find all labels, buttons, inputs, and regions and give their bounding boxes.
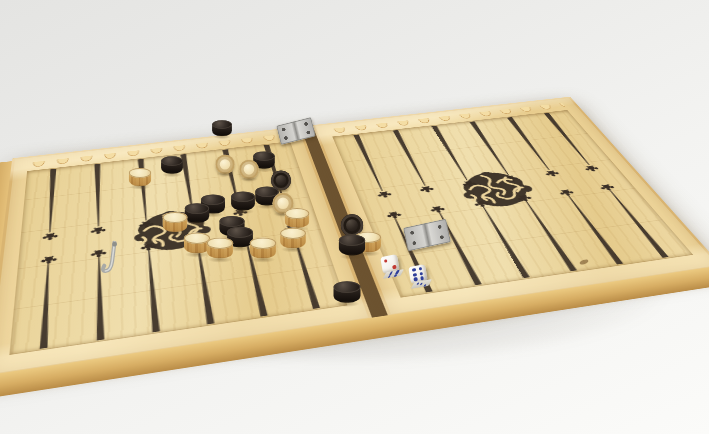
studio-backdrop xyxy=(0,0,709,434)
point-finial xyxy=(288,225,296,230)
backgammon-point xyxy=(255,144,299,210)
board-half-left xyxy=(0,126,373,377)
point-finial xyxy=(561,190,570,195)
point-finial xyxy=(602,184,611,188)
point-finial xyxy=(46,233,54,238)
point-finial xyxy=(422,186,431,191)
checker-top xyxy=(212,120,232,129)
point-finial xyxy=(95,227,102,232)
board-half-right xyxy=(312,97,709,317)
point-finial xyxy=(433,206,442,211)
point-finial xyxy=(44,256,52,262)
point-finial xyxy=(241,231,249,236)
point-spike xyxy=(232,235,279,318)
backgammon-point xyxy=(85,163,113,234)
point-finial xyxy=(145,243,153,248)
point-spike xyxy=(85,163,112,228)
point-finial xyxy=(379,192,387,197)
point-spike xyxy=(184,241,226,326)
backgammon-point xyxy=(27,255,63,351)
backgammon-point xyxy=(36,168,66,240)
point-finial xyxy=(193,237,201,242)
backgammon-point xyxy=(213,148,253,215)
point-finial xyxy=(389,212,398,217)
point-finial xyxy=(236,209,244,214)
backgammon-point xyxy=(183,236,226,326)
point-spike xyxy=(36,168,66,235)
point-finial xyxy=(281,204,289,209)
point-spike xyxy=(279,229,331,310)
backgammon-point xyxy=(278,224,331,311)
point-finial xyxy=(95,250,103,255)
backgammon-point xyxy=(231,230,279,318)
point-finial xyxy=(587,166,596,170)
point-finial xyxy=(519,195,528,200)
point-spike xyxy=(345,134,395,193)
point-finial xyxy=(477,201,486,206)
point-finial xyxy=(547,171,556,175)
point-spike xyxy=(255,144,297,205)
point-spike xyxy=(213,148,252,210)
points-row-front xyxy=(372,182,686,295)
point-spike xyxy=(27,261,62,351)
backgammon-case xyxy=(0,97,709,378)
point-spike xyxy=(135,248,172,334)
backgammon-point xyxy=(134,242,171,334)
